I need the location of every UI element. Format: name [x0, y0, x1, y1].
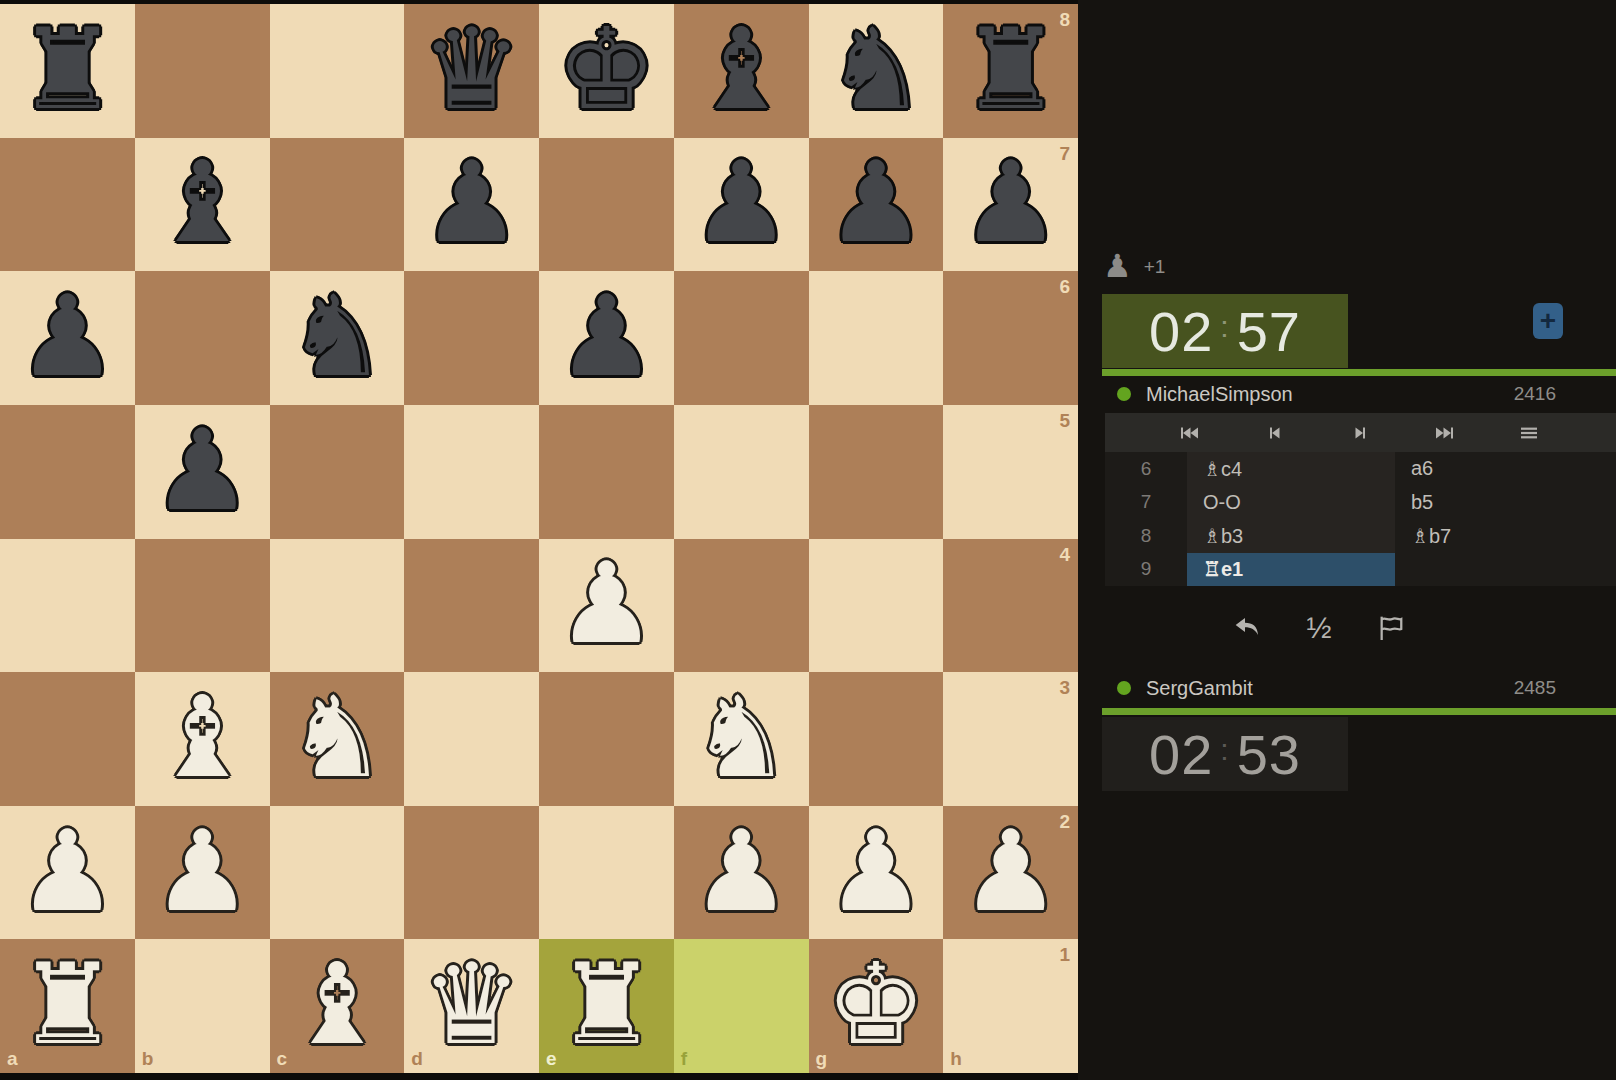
- menu-icon: [1517, 421, 1541, 445]
- square-c6[interactable]: ♞: [270, 271, 405, 405]
- previous-move-button[interactable]: [1262, 421, 1288, 445]
- white-pawn[interactable]: ♟: [17, 815, 117, 927]
- player-name[interactable]: MichaelSimpson: [1146, 383, 1293, 406]
- move-cell[interactable]: b5: [1395, 486, 1616, 520]
- black-pawn[interactable]: ♟: [691, 146, 791, 258]
- square-g8[interactable]: ♞: [809, 4, 944, 138]
- online-dot: [1117, 387, 1131, 401]
- rank-label-3: 3: [1059, 678, 1070, 697]
- flag-icon: [1375, 612, 1407, 644]
- resign-button[interactable]: [1369, 608, 1413, 648]
- square-h3[interactable]: 3: [943, 672, 1078, 806]
- square-b2[interactable]: ♟: [135, 806, 270, 940]
- white-pawn[interactable]: ♟: [960, 815, 1060, 927]
- rank-label-4: 4: [1059, 545, 1070, 564]
- online-dot: [1117, 681, 1131, 695]
- square-c4[interactable]: [270, 539, 405, 673]
- takeback-button[interactable]: [1225, 608, 1269, 648]
- black-pawn[interactable]: ♟: [826, 146, 926, 258]
- square-e6[interactable]: ♟: [539, 271, 674, 405]
- square-e7[interactable]: [539, 138, 674, 272]
- move-navigation-bar: [1105, 413, 1616, 452]
- square-h6[interactable]: 6: [943, 271, 1078, 405]
- square-c2[interactable]: [270, 806, 405, 940]
- white-pawn[interactable]: ♟: [152, 815, 252, 927]
- square-d6[interactable]: [404, 271, 539, 405]
- top-accent-bar: [1102, 369, 1616, 376]
- move-cell[interactable]: ♗b3: [1187, 519, 1395, 553]
- clock-seconds: 57: [1237, 299, 1301, 364]
- black-pawn[interactable]: ♟: [421, 146, 521, 258]
- player-rating: 2485: [1514, 677, 1556, 699]
- square-c1[interactable]: ♝c: [270, 939, 405, 1073]
- square-e3[interactable]: [539, 672, 674, 806]
- file-label-d: d: [411, 1049, 423, 1068]
- black-rook[interactable]: ♜: [17, 13, 117, 125]
- square-g4[interactable]: [809, 539, 944, 673]
- white-queen[interactable]: ♛: [421, 948, 521, 1060]
- square-a7[interactable]: [0, 138, 135, 272]
- square-a8[interactable]: ♜: [0, 4, 135, 138]
- bottom-player-clock: 02:53: [1102, 717, 1348, 791]
- square-h8[interactable]: ♜8: [943, 4, 1078, 138]
- bottom-player-row: SergGambit 2485: [1102, 674, 1616, 702]
- black-bishop[interactable]: ♝: [152, 146, 252, 258]
- file-label-g: g: [816, 1049, 828, 1068]
- square-e5[interactable]: [539, 405, 674, 539]
- top-player-clock: 02:57: [1102, 294, 1348, 368]
- board-pane: ♜♛♚♝♞♜8♝♟♟♟♟7♟♞♟6♟5♟4♝♞♞3♟♟♟♟♟2♜ab♝c♛d♜e…: [0, 0, 1078, 1080]
- last-move-button[interactable]: [1431, 421, 1457, 445]
- rank-label-1: 1: [1059, 945, 1070, 964]
- square-a3[interactable]: [0, 672, 135, 806]
- square-b7[interactable]: ♝: [135, 138, 270, 272]
- file-label-b: b: [142, 1049, 154, 1068]
- plus-icon: +: [1540, 305, 1556, 337]
- square-f8[interactable]: ♝: [674, 4, 809, 138]
- first-move-icon: [1178, 421, 1202, 445]
- square-f3[interactable]: ♞: [674, 672, 809, 806]
- square-f2[interactable]: ♟: [674, 806, 809, 940]
- clock-minutes: 02: [1149, 722, 1213, 787]
- square-c5[interactable]: [270, 405, 405, 539]
- move-number: 7: [1105, 486, 1187, 520]
- black-rook[interactable]: ♜: [960, 13, 1060, 125]
- square-h1[interactable]: 1h: [943, 939, 1078, 1073]
- move-cell[interactable]: O-O: [1187, 486, 1395, 520]
- square-a5[interactable]: [0, 405, 135, 539]
- rank-label-8: 8: [1059, 10, 1070, 29]
- clock-minutes: 02: [1149, 299, 1213, 364]
- takeback-icon: [1231, 612, 1263, 644]
- square-h5[interactable]: 5: [943, 405, 1078, 539]
- square-d7[interactable]: ♟: [404, 138, 539, 272]
- black-pawn[interactable]: ♟: [152, 414, 252, 526]
- square-g1[interactable]: ♚g: [809, 939, 944, 1073]
- white-king[interactable]: ♚: [826, 948, 926, 1060]
- black-knight[interactable]: ♞: [826, 13, 926, 125]
- white-knight[interactable]: ♞: [691, 681, 791, 793]
- move-cell[interactable]: [1395, 553, 1616, 587]
- square-b6[interactable]: [135, 271, 270, 405]
- first-move-button[interactable]: [1177, 421, 1203, 445]
- square-f4[interactable]: [674, 539, 809, 673]
- next-move-icon: [1348, 421, 1372, 445]
- move-number: 8: [1105, 519, 1187, 553]
- square-b4[interactable]: [135, 539, 270, 673]
- square-f7[interactable]: ♟: [674, 138, 809, 272]
- square-c8[interactable]: [270, 4, 405, 138]
- square-g5[interactable]: [809, 405, 944, 539]
- square-d2[interactable]: [404, 806, 539, 940]
- last-move-icon: [1432, 421, 1456, 445]
- game-sidebar: ♟ +1 02:57 + MichaelSimpson 2416: [1078, 0, 1616, 1080]
- game-screen: ♜♛♚♝♞♜8♝♟♟♟♟7♟♞♟6♟5♟4♝♞♞3♟♟♟♟♟2♜ab♝c♛d♜e…: [0, 0, 1616, 1080]
- square-f6[interactable]: [674, 271, 809, 405]
- square-h7[interactable]: ♟7: [943, 138, 1078, 272]
- clock-seconds: 53: [1237, 722, 1301, 787]
- file-label-f: f: [681, 1049, 687, 1068]
- square-b5[interactable]: ♟: [135, 405, 270, 539]
- white-bishop[interactable]: ♝: [152, 681, 252, 793]
- material-advantage-value: +1: [1144, 256, 1166, 282]
- next-move-button[interactable]: [1347, 421, 1373, 445]
- move-list: 6 ♗c4 a6 7 O-O b5 8 ♗b3 ♗b7 9 ♖e1: [1105, 452, 1616, 586]
- square-g2[interactable]: ♟: [809, 806, 944, 940]
- bottom-accent-bar: [1102, 708, 1616, 715]
- give-time-button[interactable]: +: [1533, 303, 1563, 339]
- player-name[interactable]: SergGambit: [1146, 677, 1253, 700]
- white-rook[interactable]: ♜: [17, 948, 117, 1060]
- chess-board[interactable]: ♜♛♚♝♞♜8♝♟♟♟♟7♟♞♟6♟5♟4♝♞♞3♟♟♟♟♟2♜ab♝c♛d♜e…: [0, 4, 1078, 1073]
- black-bishop[interactable]: ♝: [691, 13, 791, 125]
- half-point-icon: ½: [1306, 611, 1331, 645]
- move-cell[interactable]: ♗c4: [1187, 452, 1395, 486]
- rank-label-7: 7: [1059, 144, 1070, 163]
- black-queen[interactable]: ♛: [421, 13, 521, 125]
- square-a2[interactable]: ♟: [0, 806, 135, 940]
- white-pawn[interactable]: ♟: [826, 815, 926, 927]
- square-h2[interactable]: ♟2: [943, 806, 1078, 940]
- clock-colon: :: [1220, 733, 1229, 767]
- menu-button[interactable]: [1516, 421, 1542, 445]
- square-c7[interactable]: [270, 138, 405, 272]
- white-pawn[interactable]: ♟: [556, 547, 656, 659]
- square-b8[interactable]: [135, 4, 270, 138]
- previous-move-icon: [1263, 421, 1287, 445]
- square-d8[interactable]: ♛: [404, 4, 539, 138]
- rank-label-6: 6: [1059, 277, 1070, 296]
- square-g6[interactable]: [809, 271, 944, 405]
- square-g7[interactable]: ♟: [809, 138, 944, 272]
- square-g3[interactable]: [809, 672, 944, 806]
- black-pawn[interactable]: ♟: [17, 280, 117, 392]
- square-b3[interactable]: ♝: [135, 672, 270, 806]
- white-rook[interactable]: ♜: [556, 948, 656, 1060]
- white-bishop[interactable]: ♝: [287, 948, 387, 1060]
- clock-colon: :: [1220, 310, 1229, 344]
- square-a1[interactable]: ♜a: [0, 939, 135, 1073]
- square-d1[interactable]: ♛d: [404, 939, 539, 1073]
- file-label-e: e: [546, 1049, 557, 1068]
- square-b1[interactable]: b: [135, 939, 270, 1073]
- move-cell[interactable]: a6: [1395, 452, 1616, 486]
- draw-offer-button[interactable]: ½: [1297, 608, 1341, 648]
- square-a4[interactable]: [0, 539, 135, 673]
- move-number: 6: [1105, 452, 1187, 486]
- square-e1[interactable]: ♜e: [539, 939, 674, 1073]
- game-action-buttons: ½: [1105, 606, 1616, 650]
- top-player-row: MichaelSimpson 2416: [1102, 380, 1616, 408]
- white-knight[interactable]: ♞: [287, 681, 387, 793]
- file-label-h: h: [950, 1049, 962, 1068]
- square-d3[interactable]: [404, 672, 539, 806]
- black-pawn[interactable]: ♟: [556, 280, 656, 392]
- material-advantage: ♟ +1: [1103, 250, 1165, 282]
- rank-label-5: 5: [1059, 411, 1070, 430]
- black-pawn[interactable]: ♟: [960, 146, 1060, 258]
- captured-pawn-icon: ♟: [1103, 250, 1132, 282]
- square-h4[interactable]: 4: [943, 539, 1078, 673]
- move-number: 9: [1105, 553, 1187, 587]
- square-f1[interactable]: f: [674, 939, 809, 1073]
- square-e2[interactable]: [539, 806, 674, 940]
- square-c3[interactable]: ♞: [270, 672, 405, 806]
- current-move-cell[interactable]: ♖e1: [1187, 553, 1395, 587]
- player-rating: 2416: [1514, 383, 1556, 405]
- square-d5[interactable]: [404, 405, 539, 539]
- white-pawn[interactable]: ♟: [691, 815, 791, 927]
- move-cell[interactable]: ♗b7: [1395, 519, 1616, 553]
- square-e4[interactable]: ♟: [539, 539, 674, 673]
- black-king[interactable]: ♚: [556, 13, 656, 125]
- rank-label-2: 2: [1059, 812, 1070, 831]
- square-f5[interactable]: [674, 405, 809, 539]
- file-label-c: c: [277, 1049, 288, 1068]
- square-a6[interactable]: ♟: [0, 271, 135, 405]
- square-d4[interactable]: [404, 539, 539, 673]
- black-knight[interactable]: ♞: [287, 280, 387, 392]
- file-label-a: a: [7, 1049, 18, 1068]
- square-e8[interactable]: ♚: [539, 4, 674, 138]
